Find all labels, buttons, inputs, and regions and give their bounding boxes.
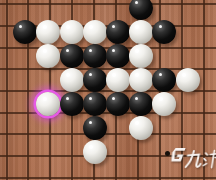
stone-white[interactable] bbox=[106, 68, 130, 92]
stone-black[interactable] bbox=[129, 0, 153, 20]
stone-black[interactable] bbox=[83, 68, 107, 92]
stone-white[interactable] bbox=[36, 44, 60, 68]
stone-white[interactable] bbox=[129, 116, 153, 140]
stone-black[interactable] bbox=[106, 20, 130, 44]
stone-white[interactable] bbox=[60, 20, 84, 44]
stone-black[interactable] bbox=[83, 92, 107, 116]
stone-white[interactable] bbox=[129, 20, 153, 44]
stone-white[interactable] bbox=[60, 68, 84, 92]
game-screenshot bbox=[0, 0, 216, 180]
stone-black[interactable] bbox=[152, 20, 176, 44]
stone-black[interactable] bbox=[13, 20, 37, 44]
stone-white[interactable] bbox=[83, 140, 107, 164]
grid-line-horizontal bbox=[0, 155, 216, 157]
stone-white[interactable] bbox=[129, 68, 153, 92]
stone-white[interactable] bbox=[129, 44, 153, 68]
star-point bbox=[165, 151, 170, 156]
gomoku-board[interactable] bbox=[0, 0, 216, 180]
stone-white[interactable] bbox=[83, 20, 107, 44]
grid-line-horizontal bbox=[0, 112, 216, 114]
stone-white[interactable] bbox=[36, 20, 60, 44]
grid-line-horizontal bbox=[0, 133, 216, 135]
stone-white[interactable] bbox=[176, 68, 200, 92]
stone-black[interactable] bbox=[83, 44, 107, 68]
stone-black[interactable] bbox=[106, 92, 130, 116]
grid-line-horizontal bbox=[0, 177, 216, 179]
grid-line-horizontal bbox=[0, 3, 216, 5]
stone-black[interactable] bbox=[152, 68, 176, 92]
stone-black[interactable] bbox=[129, 92, 153, 116]
stone-black[interactable] bbox=[83, 116, 107, 140]
stone-black[interactable] bbox=[106, 44, 130, 68]
stone-black[interactable] bbox=[60, 92, 84, 116]
stone-black[interactable] bbox=[60, 44, 84, 68]
